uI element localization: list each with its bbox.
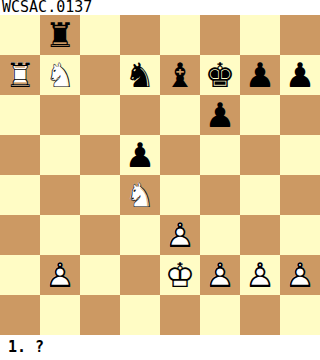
square-c3[interactable] (80, 215, 120, 255)
square-c4[interactable] (80, 175, 120, 215)
white-piece-outline-layer: ♙ (280, 255, 320, 295)
square-g7[interactable]: ♟ (240, 55, 280, 95)
piece-white-knight: ♞♘ (120, 175, 160, 215)
square-b3[interactable] (40, 215, 80, 255)
square-f5[interactable] (200, 135, 240, 175)
square-a8[interactable] (0, 15, 40, 55)
diagram-title: WCSAC.0137 (0, 0, 320, 15)
black-piece-layer: ♟ (200, 95, 240, 135)
square-c8[interactable] (80, 15, 120, 55)
square-d8[interactable] (120, 15, 160, 55)
square-f4[interactable] (200, 175, 240, 215)
square-a7[interactable]: ♜♖ (0, 55, 40, 95)
square-d2[interactable] (120, 255, 160, 295)
square-h4[interactable] (280, 175, 320, 215)
black-piece-layer: ♟ (280, 55, 320, 95)
black-piece-layer: ♚ (200, 55, 240, 95)
square-e7[interactable]: ♝ (160, 55, 200, 95)
square-b7[interactable]: ♞♘ (40, 55, 80, 95)
square-g4[interactable] (240, 175, 280, 215)
move-prompt: 1. ? (0, 335, 320, 360)
square-e8[interactable] (160, 15, 200, 55)
black-piece-layer: ♟ (240, 55, 280, 95)
square-b5[interactable] (40, 135, 80, 175)
piece-white-king: ♚♔ (160, 255, 200, 295)
square-h6[interactable] (280, 95, 320, 135)
square-e2[interactable]: ♚♔ (160, 255, 200, 295)
black-piece-layer: ♟ (120, 135, 160, 175)
square-a4[interactable] (0, 175, 40, 215)
square-g5[interactable] (240, 135, 280, 175)
square-f3[interactable] (200, 215, 240, 255)
black-piece-layer: ♜ (40, 15, 80, 55)
white-piece-outline-layer: ♔ (160, 255, 200, 295)
piece-white-pawn: ♟♙ (160, 215, 200, 255)
white-piece-outline-layer: ♘ (40, 55, 80, 95)
square-c2[interactable] (80, 255, 120, 295)
square-g8[interactable] (240, 15, 280, 55)
square-d3[interactable] (120, 215, 160, 255)
square-a5[interactable] (0, 135, 40, 175)
square-g6[interactable] (240, 95, 280, 135)
square-a6[interactable] (0, 95, 40, 135)
square-b6[interactable] (40, 95, 80, 135)
black-piece-layer: ♝ (160, 55, 200, 95)
piece-white-rook: ♜♖ (0, 55, 40, 95)
square-e5[interactable] (160, 135, 200, 175)
square-b1[interactable] (40, 295, 80, 335)
square-f1[interactable] (200, 295, 240, 335)
square-h3[interactable] (280, 215, 320, 255)
piece-white-pawn: ♟♙ (280, 255, 320, 295)
square-g1[interactable] (240, 295, 280, 335)
square-d7[interactable]: ♞ (120, 55, 160, 95)
white-piece-outline-layer: ♙ (240, 255, 280, 295)
white-piece-outline-layer: ♖ (0, 55, 40, 95)
white-piece-outline-layer: ♙ (40, 255, 80, 295)
white-piece-outline-layer: ♘ (120, 175, 160, 215)
square-e6[interactable] (160, 95, 200, 135)
piece-black-king: ♚ (200, 55, 240, 95)
square-f8[interactable] (200, 15, 240, 55)
square-d1[interactable] (120, 295, 160, 335)
square-h7[interactable]: ♟ (280, 55, 320, 95)
square-f6[interactable]: ♟ (200, 95, 240, 135)
piece-black-pawn: ♟ (120, 135, 160, 175)
square-d4[interactable]: ♞♘ (120, 175, 160, 215)
chess-diagram: WCSAC.0137 ♜♜♖♞♘♞♝♚♟♟♟♟♞♘♟♙♟♙♚♔♟♙♟♙♟♙ 1.… (0, 0, 320, 360)
square-e1[interactable] (160, 295, 200, 335)
square-c6[interactable] (80, 95, 120, 135)
piece-black-pawn: ♟ (240, 55, 280, 95)
square-b8[interactable]: ♜ (40, 15, 80, 55)
piece-black-knight: ♞ (120, 55, 160, 95)
square-f2[interactable]: ♟♙ (200, 255, 240, 295)
piece-white-knight: ♞♘ (40, 55, 80, 95)
square-b2[interactable]: ♟♙ (40, 255, 80, 295)
piece-white-pawn: ♟♙ (240, 255, 280, 295)
piece-black-rook: ♜ (40, 15, 80, 55)
square-d6[interactable] (120, 95, 160, 135)
square-f7[interactable]: ♚ (200, 55, 240, 95)
square-a2[interactable] (0, 255, 40, 295)
square-h1[interactable] (280, 295, 320, 335)
white-piece-outline-layer: ♙ (200, 255, 240, 295)
square-c1[interactable] (80, 295, 120, 335)
square-a3[interactable] (0, 215, 40, 255)
chess-board: ♜♜♖♞♘♞♝♚♟♟♟♟♞♘♟♙♟♙♚♔♟♙♟♙♟♙ (0, 15, 320, 335)
piece-black-pawn: ♟ (200, 95, 240, 135)
white-piece-outline-layer: ♙ (160, 215, 200, 255)
square-h8[interactable] (280, 15, 320, 55)
square-h2[interactable]: ♟♙ (280, 255, 320, 295)
square-g3[interactable] (240, 215, 280, 255)
square-e4[interactable] (160, 175, 200, 215)
square-c7[interactable] (80, 55, 120, 95)
piece-white-pawn: ♟♙ (200, 255, 240, 295)
square-d5[interactable]: ♟ (120, 135, 160, 175)
square-e3[interactable]: ♟♙ (160, 215, 200, 255)
square-g2[interactable]: ♟♙ (240, 255, 280, 295)
piece-black-pawn: ♟ (280, 55, 320, 95)
piece-white-pawn: ♟♙ (40, 255, 80, 295)
black-piece-layer: ♞ (120, 55, 160, 95)
square-h5[interactable] (280, 135, 320, 175)
square-c5[interactable] (80, 135, 120, 175)
square-b4[interactable] (40, 175, 80, 215)
square-a1[interactable] (0, 295, 40, 335)
piece-black-bishop: ♝ (160, 55, 200, 95)
